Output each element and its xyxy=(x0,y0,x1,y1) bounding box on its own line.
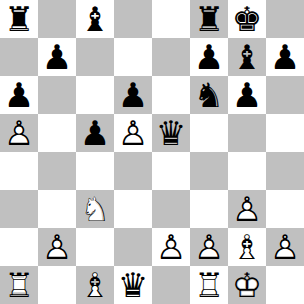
square-b4[interactable] xyxy=(38,152,76,190)
piece-outline-layer: ♖ xyxy=(190,266,228,304)
piece-outline-layer: ♙ xyxy=(152,228,190,266)
black-queen-icon: ♛ xyxy=(152,114,190,152)
black-queen-icon: ♛ xyxy=(114,266,152,304)
white-rook-icon: ♜♖ xyxy=(190,266,228,304)
square-c4[interactable] xyxy=(76,152,114,190)
piece-outline-layer: ♙ xyxy=(38,228,76,266)
square-e3[interactable] xyxy=(152,190,190,228)
white-pawn-icon: ♟♙ xyxy=(190,228,228,266)
square-a8[interactable]: ♜ xyxy=(0,0,38,38)
piece-glyph: ♜ xyxy=(190,0,228,38)
piece-glyph: ♞ xyxy=(190,76,228,114)
black-bishop-icon: ♝ xyxy=(228,38,266,76)
square-c7[interactable] xyxy=(76,38,114,76)
piece-glyph: ♟ xyxy=(114,76,152,114)
black-pawn-icon: ♟ xyxy=(190,38,228,76)
white-rook-icon: ♜♖ xyxy=(0,266,38,304)
white-pawn-icon: ♟♙ xyxy=(38,228,76,266)
piece-outline-layer: ♙ xyxy=(190,228,228,266)
piece-outline-layer: ♙ xyxy=(266,228,304,266)
black-pawn-icon: ♟ xyxy=(0,76,38,114)
square-a3[interactable] xyxy=(0,190,38,228)
square-g5[interactable] xyxy=(228,114,266,152)
square-f7[interactable]: ♟ xyxy=(190,38,228,76)
square-f4[interactable] xyxy=(190,152,228,190)
piece-outline-layer: ♙ xyxy=(0,114,38,152)
piece-glyph: ♟ xyxy=(76,114,114,152)
square-h7[interactable]: ♟ xyxy=(266,38,304,76)
square-b2[interactable]: ♟♙ xyxy=(38,228,76,266)
square-f6[interactable]: ♞ xyxy=(190,76,228,114)
square-a1[interactable]: ♜♖ xyxy=(0,266,38,304)
piece-outline-layer: ♙ xyxy=(228,190,266,228)
square-g1[interactable]: ♚♔ xyxy=(228,266,266,304)
black-knight-icon: ♞ xyxy=(190,76,228,114)
piece-glyph: ♚ xyxy=(228,0,266,38)
piece-glyph: ♟ xyxy=(0,76,38,114)
white-king-icon: ♚♔ xyxy=(228,266,266,304)
square-h2[interactable]: ♟♙ xyxy=(266,228,304,266)
square-b5[interactable] xyxy=(38,114,76,152)
square-g7[interactable]: ♝ xyxy=(228,38,266,76)
square-d6[interactable]: ♟ xyxy=(114,76,152,114)
square-d8[interactable] xyxy=(114,0,152,38)
square-h5[interactable] xyxy=(266,114,304,152)
black-king-icon: ♚ xyxy=(228,0,266,38)
white-pawn-icon: ♟♙ xyxy=(0,114,38,152)
piece-outline-layer: ♙ xyxy=(114,114,152,152)
square-f2[interactable]: ♟♙ xyxy=(190,228,228,266)
square-a6[interactable]: ♟ xyxy=(0,76,38,114)
black-bishop-icon: ♝ xyxy=(76,0,114,38)
square-e2[interactable]: ♟♙ xyxy=(152,228,190,266)
square-a5[interactable]: ♟♙ xyxy=(0,114,38,152)
square-g6[interactable]: ♟ xyxy=(228,76,266,114)
piece-glyph: ♟ xyxy=(190,38,228,76)
black-rook-icon: ♜ xyxy=(190,0,228,38)
square-c1[interactable]: ♝♗ xyxy=(76,266,114,304)
square-f8[interactable]: ♜ xyxy=(190,0,228,38)
square-d1[interactable]: ♛ xyxy=(114,266,152,304)
square-g8[interactable]: ♚ xyxy=(228,0,266,38)
square-b7[interactable]: ♟ xyxy=(38,38,76,76)
square-h4[interactable] xyxy=(266,152,304,190)
piece-outline-layer: ♔ xyxy=(228,266,266,304)
square-h6[interactable] xyxy=(266,76,304,114)
square-f3[interactable] xyxy=(190,190,228,228)
black-pawn-icon: ♟ xyxy=(114,76,152,114)
white-pawn-icon: ♟♙ xyxy=(228,190,266,228)
square-b8[interactable] xyxy=(38,0,76,38)
square-d4[interactable] xyxy=(114,152,152,190)
black-pawn-icon: ♟ xyxy=(76,114,114,152)
piece-outline-layer: ♗ xyxy=(228,228,266,266)
square-f5[interactable] xyxy=(190,114,228,152)
white-knight-icon: ♞♘ xyxy=(76,190,114,228)
square-g3[interactable]: ♟♙ xyxy=(228,190,266,228)
white-bishop-icon: ♝♗ xyxy=(76,266,114,304)
square-e5[interactable]: ♛ xyxy=(152,114,190,152)
square-h1[interactable] xyxy=(266,266,304,304)
square-b1[interactable] xyxy=(38,266,76,304)
piece-glyph: ♛ xyxy=(114,266,152,304)
piece-glyph: ♟ xyxy=(228,76,266,114)
square-c2[interactable] xyxy=(76,228,114,266)
square-a4[interactable] xyxy=(0,152,38,190)
piece-outline-layer: ♖ xyxy=(0,266,38,304)
black-rook-icon: ♜ xyxy=(0,0,38,38)
white-pawn-icon: ♟♙ xyxy=(266,228,304,266)
square-g4[interactable] xyxy=(228,152,266,190)
square-e4[interactable] xyxy=(152,152,190,190)
black-pawn-icon: ♟ xyxy=(266,38,304,76)
square-c3[interactable]: ♞♘ xyxy=(76,190,114,228)
white-bishop-icon: ♝♗ xyxy=(228,228,266,266)
square-e8[interactable] xyxy=(152,0,190,38)
square-d3[interactable] xyxy=(114,190,152,228)
white-pawn-icon: ♟♙ xyxy=(152,228,190,266)
piece-outline-layer: ♘ xyxy=(76,190,114,228)
square-c8[interactable]: ♝ xyxy=(76,0,114,38)
piece-outline-layer: ♗ xyxy=(76,266,114,304)
black-pawn-icon: ♟ xyxy=(38,38,76,76)
piece-glyph: ♜ xyxy=(0,0,38,38)
piece-glyph: ♝ xyxy=(76,0,114,38)
chess-board: ♜♝♜♚♟♟♝♟♟♟♞♟♟♙♟♟♙♛♞♘♟♙♟♙♟♙♟♙♝♗♟♙♜♖♝♗♛♜♖♚… xyxy=(0,0,304,304)
square-d7[interactable] xyxy=(114,38,152,76)
piece-glyph: ♟ xyxy=(266,38,304,76)
square-f1[interactable]: ♜♖ xyxy=(190,266,228,304)
square-b3[interactable] xyxy=(38,190,76,228)
piece-glyph: ♝ xyxy=(228,38,266,76)
square-h3[interactable] xyxy=(266,190,304,228)
square-a7[interactable] xyxy=(0,38,38,76)
square-c6[interactable] xyxy=(76,76,114,114)
square-d2[interactable] xyxy=(114,228,152,266)
black-pawn-icon: ♟ xyxy=(228,76,266,114)
square-g2[interactable]: ♝♗ xyxy=(228,228,266,266)
square-b6[interactable] xyxy=(38,76,76,114)
white-pawn-icon: ♟♙ xyxy=(114,114,152,152)
piece-glyph: ♛ xyxy=(152,114,190,152)
square-d5[interactable]: ♟♙ xyxy=(114,114,152,152)
square-h8[interactable] xyxy=(266,0,304,38)
square-a2[interactable] xyxy=(0,228,38,266)
piece-glyph: ♟ xyxy=(38,38,76,76)
square-e1[interactable] xyxy=(152,266,190,304)
square-e7[interactable] xyxy=(152,38,190,76)
square-e6[interactable] xyxy=(152,76,190,114)
square-c5[interactable]: ♟ xyxy=(76,114,114,152)
